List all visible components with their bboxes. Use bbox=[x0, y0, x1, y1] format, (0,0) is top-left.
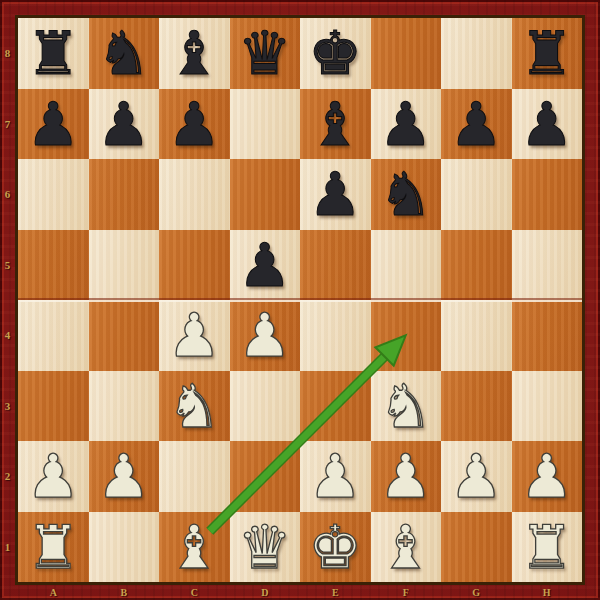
square-f1[interactable]: ♝ bbox=[371, 512, 442, 583]
square-g5[interactable] bbox=[441, 230, 512, 301]
square-c3[interactable]: ♞ bbox=[159, 371, 230, 442]
square-a5[interactable] bbox=[18, 230, 89, 301]
rank-label-6: 6 bbox=[0, 159, 15, 230]
square-g4[interactable] bbox=[441, 300, 512, 371]
piece-white-pawn[interactable]: ♟ bbox=[379, 441, 433, 512]
piece-black-knight[interactable]: ♞ bbox=[97, 18, 151, 89]
square-f8[interactable] bbox=[371, 18, 442, 89]
piece-white-rook[interactable]: ♜ bbox=[26, 512, 80, 583]
piece-white-pawn[interactable]: ♟ bbox=[449, 441, 503, 512]
piece-black-pawn[interactable]: ♟ bbox=[449, 89, 503, 160]
piece-white-pawn[interactable]: ♟ bbox=[26, 441, 80, 512]
rank-label-8: 8 bbox=[0, 18, 15, 89]
square-h2[interactable]: ♟ bbox=[512, 441, 583, 512]
file-label-c: C bbox=[159, 584, 230, 600]
square-e7[interactable]: ♝ bbox=[300, 89, 371, 160]
piece-white-queen[interactable]: ♛ bbox=[238, 512, 292, 583]
piece-black-queen[interactable]: ♛ bbox=[238, 18, 292, 89]
square-b3[interactable] bbox=[89, 371, 160, 442]
rank-label-4: 4 bbox=[0, 300, 15, 371]
square-b5[interactable] bbox=[89, 230, 160, 301]
square-f5[interactable] bbox=[371, 230, 442, 301]
square-e8[interactable]: ♚ bbox=[300, 18, 371, 89]
piece-white-knight[interactable]: ♞ bbox=[379, 371, 433, 442]
piece-black-rook[interactable]: ♜ bbox=[26, 18, 80, 89]
piece-black-bishop[interactable]: ♝ bbox=[308, 89, 362, 160]
square-h6[interactable] bbox=[512, 159, 583, 230]
piece-white-king[interactable]: ♚ bbox=[308, 512, 362, 583]
square-b1[interactable] bbox=[89, 512, 160, 583]
chessboard-frame: ♜♞♝♛♚♜♟♟♟♝♟♟♟♟♞♟♟♟♞♞♟♟♟♟♟♟♜♝♛♚♝♜ 8765432… bbox=[0, 0, 600, 600]
square-h4[interactable] bbox=[512, 300, 583, 371]
piece-white-rook[interactable]: ♜ bbox=[520, 512, 574, 583]
square-h3[interactable] bbox=[512, 371, 583, 442]
piece-white-pawn[interactable]: ♟ bbox=[520, 441, 574, 512]
square-c5[interactable] bbox=[159, 230, 230, 301]
square-c8[interactable]: ♝ bbox=[159, 18, 230, 89]
square-b4[interactable] bbox=[89, 300, 160, 371]
square-c6[interactable] bbox=[159, 159, 230, 230]
square-a7[interactable]: ♟ bbox=[18, 89, 89, 160]
file-coordinates: ABCDEFGH bbox=[18, 584, 582, 600]
square-b6[interactable] bbox=[89, 159, 160, 230]
square-h8[interactable]: ♜ bbox=[512, 18, 583, 89]
square-d5[interactable]: ♟ bbox=[230, 230, 301, 301]
square-f6[interactable]: ♞ bbox=[371, 159, 442, 230]
file-label-f: F bbox=[371, 584, 442, 600]
square-c7[interactable]: ♟ bbox=[159, 89, 230, 160]
piece-black-pawn[interactable]: ♟ bbox=[167, 89, 221, 160]
piece-white-bishop[interactable]: ♝ bbox=[379, 512, 433, 583]
piece-white-pawn[interactable]: ♟ bbox=[167, 300, 221, 371]
square-c1[interactable]: ♝ bbox=[159, 512, 230, 583]
square-d2[interactable] bbox=[230, 441, 301, 512]
square-h5[interactable] bbox=[512, 230, 583, 301]
piece-black-pawn[interactable]: ♟ bbox=[97, 89, 151, 160]
square-e1[interactable]: ♚ bbox=[300, 512, 371, 583]
square-g6[interactable] bbox=[441, 159, 512, 230]
square-d1[interactable]: ♛ bbox=[230, 512, 301, 583]
piece-white-pawn[interactable]: ♟ bbox=[308, 441, 362, 512]
file-label-a: A bbox=[18, 584, 89, 600]
piece-black-bishop[interactable]: ♝ bbox=[167, 18, 221, 89]
square-g2[interactable]: ♟ bbox=[441, 441, 512, 512]
piece-black-pawn[interactable]: ♟ bbox=[520, 89, 574, 160]
piece-white-knight[interactable]: ♞ bbox=[167, 371, 221, 442]
square-d4[interactable]: ♟ bbox=[230, 300, 301, 371]
square-c4[interactable]: ♟ bbox=[159, 300, 230, 371]
rank-coordinates: 87654321 bbox=[0, 18, 15, 582]
square-e4[interactable] bbox=[300, 300, 371, 371]
piece-black-pawn[interactable]: ♟ bbox=[26, 89, 80, 160]
square-a1[interactable]: ♜ bbox=[18, 512, 89, 583]
square-d8[interactable]: ♛ bbox=[230, 18, 301, 89]
piece-black-rook[interactable]: ♜ bbox=[520, 18, 574, 89]
square-a2[interactable]: ♟ bbox=[18, 441, 89, 512]
rank-label-2: 2 bbox=[0, 441, 15, 512]
piece-white-bishop[interactable]: ♝ bbox=[167, 512, 221, 583]
square-b7[interactable]: ♟ bbox=[89, 89, 160, 160]
file-label-b: B bbox=[89, 584, 160, 600]
square-a6[interactable] bbox=[18, 159, 89, 230]
square-f3[interactable]: ♞ bbox=[371, 371, 442, 442]
rank-label-7: 7 bbox=[0, 89, 15, 160]
file-label-d: D bbox=[230, 584, 301, 600]
rank-label-3: 3 bbox=[0, 371, 15, 442]
square-d3[interactable] bbox=[230, 371, 301, 442]
square-f2[interactable]: ♟ bbox=[371, 441, 442, 512]
square-d7[interactable] bbox=[230, 89, 301, 160]
square-d6[interactable] bbox=[230, 159, 301, 230]
piece-black-knight[interactable]: ♞ bbox=[379, 159, 433, 230]
square-g7[interactable]: ♟ bbox=[441, 89, 512, 160]
piece-white-pawn[interactable]: ♟ bbox=[97, 441, 151, 512]
piece-black-pawn[interactable]: ♟ bbox=[379, 89, 433, 160]
square-h1[interactable]: ♜ bbox=[512, 512, 583, 583]
square-e5[interactable] bbox=[300, 230, 371, 301]
file-label-e: E bbox=[300, 584, 371, 600]
rank-label-1: 1 bbox=[0, 512, 15, 583]
board: ♜♞♝♛♚♜♟♟♟♝♟♟♟♟♞♟♟♟♞♞♟♟♟♟♟♟♜♝♛♚♝♜ bbox=[15, 15, 585, 585]
square-f4[interactable] bbox=[371, 300, 442, 371]
square-b2[interactable]: ♟ bbox=[89, 441, 160, 512]
square-b8[interactable]: ♞ bbox=[89, 18, 160, 89]
square-a4[interactable] bbox=[18, 300, 89, 371]
square-c2[interactable] bbox=[159, 441, 230, 512]
square-e3[interactable] bbox=[300, 371, 371, 442]
square-h7[interactable]: ♟ bbox=[512, 89, 583, 160]
square-e6[interactable]: ♟ bbox=[300, 159, 371, 230]
square-e2[interactable]: ♟ bbox=[300, 441, 371, 512]
piece-white-pawn[interactable]: ♟ bbox=[238, 300, 292, 371]
square-g1[interactable] bbox=[441, 512, 512, 583]
square-f7[interactable]: ♟ bbox=[371, 89, 442, 160]
square-g3[interactable] bbox=[441, 371, 512, 442]
file-label-g: G bbox=[441, 584, 512, 600]
file-label-h: H bbox=[512, 584, 583, 600]
square-a3[interactable] bbox=[18, 371, 89, 442]
square-a8[interactable]: ♜ bbox=[18, 18, 89, 89]
piece-black-pawn[interactable]: ♟ bbox=[308, 159, 362, 230]
square-g8[interactable] bbox=[441, 18, 512, 89]
piece-black-pawn[interactable]: ♟ bbox=[238, 230, 292, 301]
piece-black-king[interactable]: ♚ bbox=[308, 18, 362, 89]
rank-label-5: 5 bbox=[0, 230, 15, 301]
